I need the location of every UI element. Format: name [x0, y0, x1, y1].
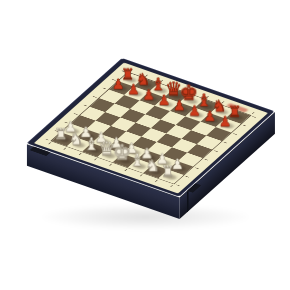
red-pawn: ♟	[188, 104, 201, 118]
red-pawn: ♟	[158, 93, 171, 107]
red-pawn: ♟	[127, 82, 140, 96]
case-top: ♜♞♝♛♚♝♞♜♟♟♟♟♟♟♟♟♟♟♟♟♟♟♟♟♜♞♝♛♚♝♞♜	[27, 58, 275, 197]
red-pawn: ♟	[203, 109, 216, 123]
white-knight: ♞	[69, 132, 83, 148]
white-bishop: ♝	[84, 136, 99, 153]
white-rook: ♜	[161, 165, 174, 180]
red-pawn: ♟	[219, 114, 232, 128]
red-pawn: ♟	[173, 98, 186, 112]
white-knight: ♞	[145, 158, 159, 174]
red-pawn: ♟	[142, 88, 155, 102]
white-rook: ♜	[54, 127, 67, 142]
white-bishop: ♝	[130, 152, 145, 169]
ground-shadow	[38, 204, 253, 230]
white-king: ♚	[113, 143, 132, 164]
case-fold-seam	[187, 190, 189, 212]
product-photo: ♜♞♝♛♚♝♞♜♟♟♟♟♟♟♟♟♟♟♟♟♟♟♟♟♜♞♝♛♚♝♞♜	[0, 0, 290, 290]
red-pawn: ♟	[112, 77, 125, 91]
